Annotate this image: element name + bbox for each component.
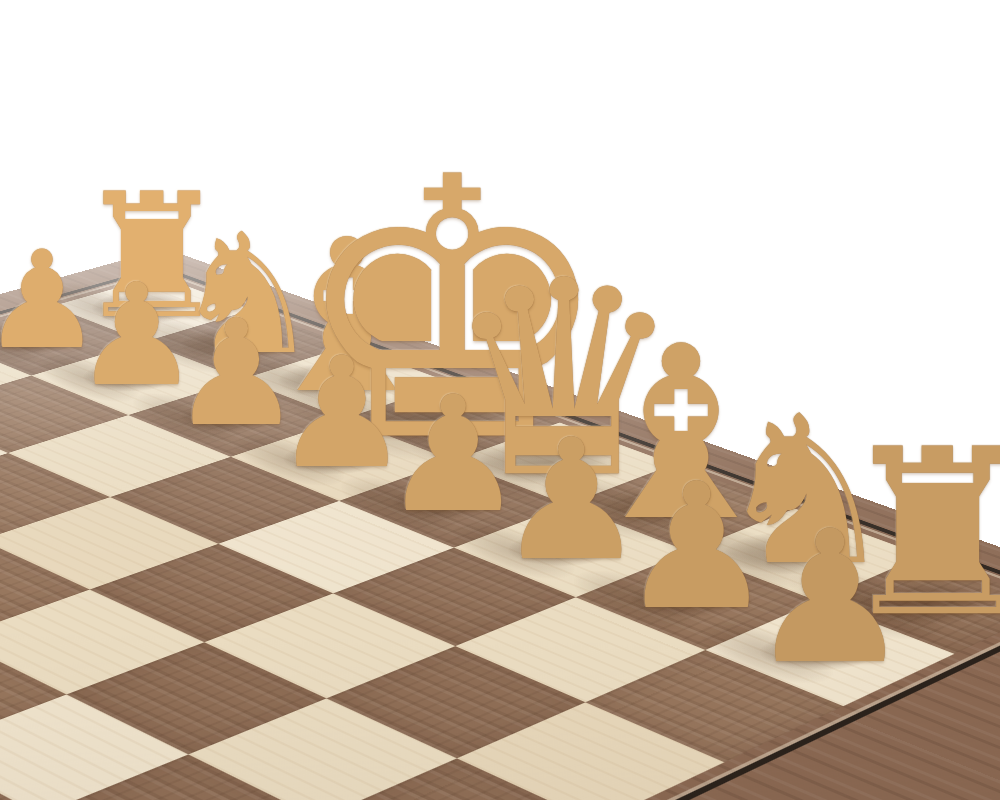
- chess-photo-scene: ♜♞♝♛♚♝♞♜♟♟♟♟♟♟♟♟: [0, 0, 1000, 800]
- white-pawn-a2[interactable]: ♟: [748, 506, 912, 689]
